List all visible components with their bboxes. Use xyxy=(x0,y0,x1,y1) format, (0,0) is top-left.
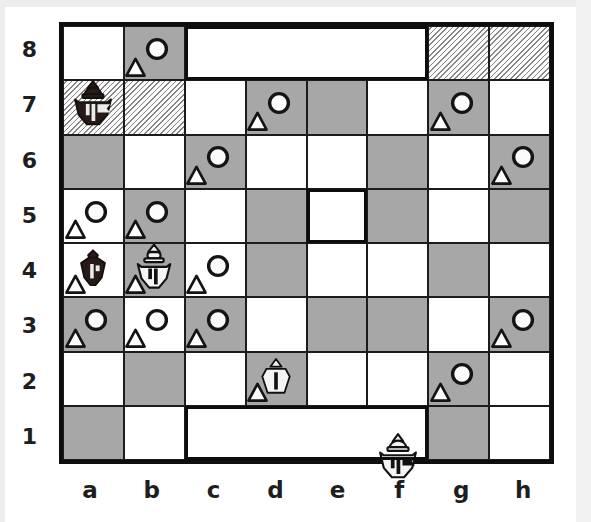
square-g2[interactable] xyxy=(489,406,550,460)
rank-label-4: 4 xyxy=(2,243,57,298)
square-a8[interactable] xyxy=(63,26,124,80)
window-top-margin xyxy=(0,0,591,7)
square-d6[interactable] xyxy=(489,135,550,189)
square-h5[interactable] xyxy=(307,243,368,297)
square-f8[interactable] xyxy=(124,80,185,134)
square-a5[interactable] xyxy=(367,189,428,243)
rank-label-7: 7 xyxy=(2,77,57,132)
triangle-marker xyxy=(246,382,269,403)
square-e6[interactable] xyxy=(63,189,124,243)
file-label-h: h xyxy=(492,464,554,516)
square-f3[interactable] xyxy=(185,352,246,406)
file-label-e: e xyxy=(307,464,369,516)
square-e3[interactable] xyxy=(124,352,185,406)
square-a4[interactable] xyxy=(367,243,428,297)
square-a2[interactable] xyxy=(367,352,428,406)
game-board xyxy=(59,22,554,464)
triangle-marker xyxy=(64,274,87,295)
hatched-zone-top-outline xyxy=(185,26,429,80)
rank-label-3: 3 xyxy=(2,298,57,353)
rank-label-8: 8 xyxy=(2,22,57,77)
move-target-circle-marker xyxy=(449,90,475,116)
square-b4[interactable] xyxy=(428,243,489,297)
square-a7[interactable] xyxy=(307,80,368,134)
square-g7[interactable] xyxy=(185,135,246,189)
move-target-circle-marker xyxy=(83,307,109,333)
selected-square-outline xyxy=(307,189,368,243)
square-e7[interactable] xyxy=(63,135,124,189)
square-g8[interactable] xyxy=(185,80,246,134)
move-target-circle-marker xyxy=(144,199,170,225)
square-d4[interactable] xyxy=(63,297,124,351)
square-g6[interactable] xyxy=(185,189,246,243)
triangle-marker xyxy=(429,382,452,403)
square-c3[interactable] xyxy=(489,297,550,351)
square-e5[interactable] xyxy=(124,243,185,297)
square-h8[interactable] xyxy=(246,80,307,134)
square-c4[interactable] xyxy=(489,243,550,297)
square-b5[interactable] xyxy=(428,189,489,243)
triangle-marker xyxy=(185,274,208,295)
square-h3[interactable] xyxy=(307,352,368,406)
file-label-a: a xyxy=(59,464,121,516)
square-b7[interactable] xyxy=(367,80,428,134)
file-label-g: g xyxy=(430,464,492,516)
move-target-circle-marker xyxy=(266,90,292,116)
square-e8[interactable] xyxy=(63,80,124,134)
file-labels: abcdefgh xyxy=(59,464,554,516)
square-g5[interactable] xyxy=(246,243,307,297)
square-c7[interactable] xyxy=(428,80,489,134)
square-f2[interactable] xyxy=(428,406,489,460)
square-d2[interactable] xyxy=(63,406,124,460)
move-target-circle-marker xyxy=(144,307,170,333)
triangle-marker xyxy=(124,328,147,349)
square-h6[interactable] xyxy=(246,189,307,243)
triangle-marker xyxy=(185,165,208,186)
square-b3[interactable] xyxy=(428,297,489,351)
triangle-marker xyxy=(490,328,513,349)
square-g4[interactable] xyxy=(246,297,307,351)
window-right-margin xyxy=(576,0,591,522)
triangle-marker xyxy=(246,111,269,132)
triangle-marker xyxy=(185,328,208,349)
square-b8[interactable] xyxy=(124,26,185,80)
square-c5[interactable] xyxy=(489,189,550,243)
white-king-piece[interactable] xyxy=(372,433,424,485)
move-target-circle-marker xyxy=(144,36,170,62)
move-target-circle-marker xyxy=(83,199,109,225)
rank-label-5: 5 xyxy=(2,188,57,243)
move-target-circle-marker xyxy=(510,144,536,170)
square-a3[interactable] xyxy=(367,297,428,351)
square-e2[interactable] xyxy=(124,406,185,460)
square-c2[interactable] xyxy=(489,352,550,406)
move-target-circle-marker xyxy=(510,307,536,333)
square-h7[interactable] xyxy=(246,135,307,189)
file-label-c: c xyxy=(183,464,245,516)
rank-labels: 87654321 xyxy=(2,22,57,464)
square-d3[interactable] xyxy=(63,352,124,406)
triangle-marker xyxy=(124,219,147,240)
move-target-circle-marker xyxy=(205,307,231,333)
square-a6[interactable] xyxy=(307,135,368,189)
square-h4[interactable] xyxy=(307,297,368,351)
file-label-d: d xyxy=(245,464,307,516)
triangle-marker xyxy=(124,57,147,78)
square-d5[interactable] xyxy=(63,243,124,297)
square-f4[interactable] xyxy=(185,297,246,351)
square-c8[interactable] xyxy=(428,26,489,80)
triangle-marker xyxy=(64,219,87,240)
triangle-marker xyxy=(64,328,87,349)
square-d8[interactable] xyxy=(489,26,550,80)
rank-label-6: 6 xyxy=(2,133,57,188)
rank-label-2: 2 xyxy=(2,354,57,409)
file-label-b: b xyxy=(121,464,183,516)
square-f6[interactable] xyxy=(124,189,185,243)
rank-label-1: 1 xyxy=(2,409,57,464)
square-c6[interactable] xyxy=(428,135,489,189)
black-king-piece[interactable] xyxy=(67,80,119,132)
triangle-marker xyxy=(429,111,452,132)
square-g3[interactable] xyxy=(246,352,307,406)
move-target-circle-marker xyxy=(205,144,231,170)
square-d7[interactable] xyxy=(489,80,550,134)
square-b6[interactable] xyxy=(367,135,428,189)
move-target-circle-marker xyxy=(205,253,231,279)
move-target-circle-marker xyxy=(449,361,475,387)
square-f5[interactable] xyxy=(185,243,246,297)
square-e4[interactable] xyxy=(124,297,185,351)
app-window: 87654321 abcdefgh xyxy=(0,0,591,522)
square-f7[interactable] xyxy=(124,135,185,189)
triangle-marker xyxy=(124,274,147,295)
triangle-marker xyxy=(490,165,513,186)
square-b2[interactable] xyxy=(428,352,489,406)
